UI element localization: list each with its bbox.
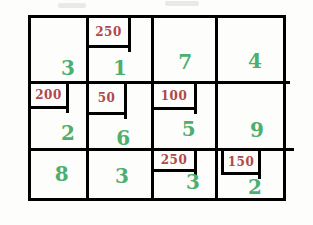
cell-r2c3: 100 5 <box>154 84 218 151</box>
cell-r2c2: 50 6 <box>89 84 154 151</box>
smudge-mark <box>58 3 86 8</box>
cost-value: 2 <box>61 123 75 143</box>
cell-r1c2: 250 1 <box>89 18 154 84</box>
allocation-value: 50 <box>98 92 116 104</box>
smudge-mark <box>165 1 199 6</box>
cost-value: 8 <box>55 164 69 184</box>
cost-value: 4 <box>248 51 262 71</box>
allocation-box: 200 <box>31 84 69 109</box>
tableau-canvas: 3 250 1 7 4 200 2 50 6 100 <box>0 0 313 225</box>
cell-r3c1: 8 <box>31 151 89 198</box>
allocation-value: 150 <box>228 156 255 168</box>
line-stub <box>286 148 294 151</box>
cell-r1c4: 4 <box>218 18 283 84</box>
cost-value: 2 <box>248 177 262 197</box>
cost-value: 3 <box>115 166 129 186</box>
allocation-box: 100 <box>154 84 197 110</box>
allocation-box: 150 <box>221 151 261 175</box>
cell-r3c3: 250 3 <box>154 151 218 198</box>
cost-value: 1 <box>113 58 127 78</box>
cost-value: 5 <box>182 119 196 139</box>
cost-value: 9 <box>250 120 264 140</box>
cell-r1c3: 7 <box>154 18 218 84</box>
cell-r1c1: 3 <box>31 18 89 84</box>
allocation-value: 250 <box>95 26 122 38</box>
allocation-value: 250 <box>161 154 188 166</box>
allocation-value: 200 <box>35 89 62 101</box>
line-stub <box>286 81 290 84</box>
cost-value: 3 <box>186 172 200 192</box>
allocation-box: 250 <box>154 151 197 172</box>
cell-r3c2: 3 <box>89 151 154 198</box>
allocation-box: 50 <box>89 84 127 115</box>
cost-value: 3 <box>61 58 75 78</box>
allocation-box: 250 <box>89 18 131 48</box>
cell-r3c4: 150 2 <box>218 151 283 198</box>
cell-r2c1: 200 2 <box>31 84 89 151</box>
cost-value: 7 <box>178 52 192 72</box>
allocation-value: 100 <box>161 90 188 102</box>
cost-value: 6 <box>116 128 130 148</box>
tableau-board: 3 250 1 7 4 200 2 50 6 100 <box>28 15 286 201</box>
cell-r2c4: 9 <box>218 84 283 151</box>
